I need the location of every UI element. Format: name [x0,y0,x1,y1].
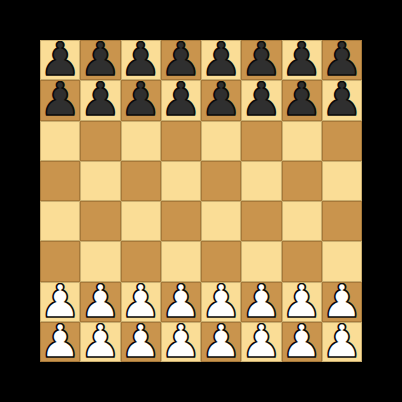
square-c7[interactable]: ♟ [121,80,161,120]
square-f3[interactable] [241,241,281,281]
white-pawn-icon[interactable]: ♟ [322,322,362,362]
white-pawn-icon[interactable]: ♟ [40,322,80,362]
square-f1[interactable]: ♟ [241,322,281,362]
black-pawn-icon[interactable]: ♟ [121,40,161,80]
chess-board: ♟♟♟♟♟♟♟♟♟♟♟♟♟♟♟♟♟♟♟♟♟♟♟♟♟♟♟♟♟♟♟♟ [40,40,362,362]
square-g6[interactable] [282,121,322,161]
black-pawn-icon[interactable]: ♟ [241,40,281,80]
square-e3[interactable] [201,241,241,281]
square-g7[interactable]: ♟ [282,80,322,120]
black-pawn-icon[interactable]: ♟ [201,80,241,120]
black-pawn-icon[interactable]: ♟ [322,40,362,80]
square-e4[interactable] [201,201,241,241]
black-pawn-icon[interactable]: ♟ [121,80,161,120]
square-f4[interactable] [241,201,281,241]
square-a3[interactable] [40,241,80,281]
square-b8[interactable]: ♟ [80,40,120,80]
square-b4[interactable] [80,201,120,241]
square-b7[interactable]: ♟ [80,80,120,120]
square-c8[interactable]: ♟ [121,40,161,80]
square-b3[interactable] [80,241,120,281]
black-pawn-icon[interactable]: ♟ [201,40,241,80]
square-a1[interactable]: ♟ [40,322,80,362]
square-e7[interactable]: ♟ [201,80,241,120]
square-h2[interactable]: ♟ [322,282,362,322]
white-pawn-icon[interactable]: ♟ [241,282,281,322]
square-f8[interactable]: ♟ [241,40,281,80]
white-pawn-icon[interactable]: ♟ [121,322,161,362]
square-f6[interactable] [241,121,281,161]
white-pawn-icon[interactable]: ♟ [80,282,120,322]
square-h5[interactable] [322,161,362,201]
black-pawn-icon[interactable]: ♟ [40,40,80,80]
white-pawn-icon[interactable]: ♟ [201,322,241,362]
white-pawn-icon[interactable]: ♟ [161,282,201,322]
square-d4[interactable] [161,201,201,241]
black-pawn-icon[interactable]: ♟ [161,80,201,120]
square-a5[interactable] [40,161,80,201]
square-e8[interactable]: ♟ [201,40,241,80]
square-e2[interactable]: ♟ [201,282,241,322]
square-h1[interactable]: ♟ [322,322,362,362]
square-b1[interactable]: ♟ [80,322,120,362]
white-pawn-icon[interactable]: ♟ [121,282,161,322]
white-pawn-icon[interactable]: ♟ [40,282,80,322]
square-a2[interactable]: ♟ [40,282,80,322]
square-e6[interactable] [201,121,241,161]
square-a6[interactable] [40,121,80,161]
square-c3[interactable] [121,241,161,281]
square-b2[interactable]: ♟ [80,282,120,322]
square-c5[interactable] [121,161,161,201]
square-a8[interactable]: ♟ [40,40,80,80]
square-h8[interactable]: ♟ [322,40,362,80]
square-d8[interactable]: ♟ [161,40,201,80]
white-pawn-icon[interactable]: ♟ [161,322,201,362]
square-f5[interactable] [241,161,281,201]
square-g2[interactable]: ♟ [282,282,322,322]
white-pawn-icon[interactable]: ♟ [282,322,322,362]
white-pawn-icon[interactable]: ♟ [282,282,322,322]
white-pawn-icon[interactable]: ♟ [241,322,281,362]
square-c6[interactable] [121,121,161,161]
square-c1[interactable]: ♟ [121,322,161,362]
white-pawn-icon[interactable]: ♟ [80,322,120,362]
square-g8[interactable]: ♟ [282,40,322,80]
square-f7[interactable]: ♟ [241,80,281,120]
square-f2[interactable]: ♟ [241,282,281,322]
square-b5[interactable] [80,161,120,201]
square-e5[interactable] [201,161,241,201]
square-a4[interactable] [40,201,80,241]
square-h4[interactable] [322,201,362,241]
square-e1[interactable]: ♟ [201,322,241,362]
square-d1[interactable]: ♟ [161,322,201,362]
square-b6[interactable] [80,121,120,161]
square-a7[interactable]: ♟ [40,80,80,120]
black-pawn-icon[interactable]: ♟ [282,80,322,120]
square-g1[interactable]: ♟ [282,322,322,362]
square-h3[interactable] [322,241,362,281]
white-pawn-icon[interactable]: ♟ [322,282,362,322]
square-d2[interactable]: ♟ [161,282,201,322]
black-pawn-icon[interactable]: ♟ [161,40,201,80]
square-c2[interactable]: ♟ [121,282,161,322]
square-d6[interactable] [161,121,201,161]
square-d5[interactable] [161,161,201,201]
black-pawn-icon[interactable]: ♟ [241,80,281,120]
black-pawn-icon[interactable]: ♟ [80,80,120,120]
square-g5[interactable] [282,161,322,201]
square-h6[interactable] [322,121,362,161]
square-c4[interactable] [121,201,161,241]
white-pawn-icon[interactable]: ♟ [201,282,241,322]
black-pawn-icon[interactable]: ♟ [40,80,80,120]
square-d3[interactable] [161,241,201,281]
square-h7[interactable]: ♟ [322,80,362,120]
square-g4[interactable] [282,201,322,241]
black-pawn-icon[interactable]: ♟ [322,80,362,120]
square-g3[interactable] [282,241,322,281]
square-d7[interactable]: ♟ [161,80,201,120]
black-pawn-icon[interactable]: ♟ [80,40,120,80]
black-pawn-icon[interactable]: ♟ [282,40,322,80]
